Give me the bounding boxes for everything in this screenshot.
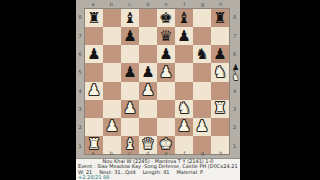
black-pawn-piece: ♟	[123, 28, 136, 45]
chess-gui-panel: abcdefgh 87654321 ♜♝♚♝♜♟♛♟♟♟♞♟♟♟♟♞♟♟♟♞♜♟…	[76, 0, 240, 180]
square-d7[interactable]	[139, 27, 157, 45]
square-h3[interactable]: ♜	[211, 100, 229, 118]
square-d8[interactable]	[139, 9, 157, 27]
square-d5[interactable]: ♟	[139, 63, 157, 81]
white-knight-piece: ♞	[213, 64, 226, 81]
square-e2[interactable]	[157, 118, 175, 136]
black-pawn-piece: ♟	[123, 64, 136, 81]
file-label-c: c	[121, 1, 139, 7]
square-e8[interactable]: ♚	[157, 9, 175, 27]
black-knight-piece: ♞	[195, 46, 208, 63]
game-length: Length: 91	[143, 170, 170, 175]
black-rook-piece: ♜	[87, 10, 100, 27]
white-pawn-piece: ♟	[87, 82, 100, 99]
square-c4[interactable]	[121, 82, 139, 100]
file-label-c: c	[121, 150, 139, 156]
square-f2[interactable]: ♟	[175, 118, 193, 136]
black-pawn-piece: ♟	[213, 46, 226, 63]
rank-label-3: 3	[230, 100, 239, 118]
file-label-a: a	[84, 1, 102, 7]
square-g8[interactable]	[193, 9, 211, 27]
square-a8[interactable]: ♜	[85, 9, 103, 27]
rank-label-1: 1	[230, 137, 239, 155]
white-pawn-piece: ♟	[159, 64, 172, 81]
file-label-h: h	[212, 1, 230, 7]
white-knight-piece: ♞	[177, 100, 190, 117]
rank-label-7: 7	[230, 26, 239, 44]
square-e3[interactable]	[157, 100, 175, 118]
square-d6[interactable]	[139, 45, 157, 63]
white-knight-captured: ♞	[232, 73, 239, 83]
square-h6[interactable]: ♟	[211, 45, 229, 63]
black-rook-piece: ♜	[213, 10, 226, 27]
white-pawn-piece: ♟	[141, 82, 154, 99]
game-info-panel: Nou Khai W (2245) - Mardova T Y (2141) 1…	[76, 158, 240, 180]
square-f5[interactable]	[175, 63, 193, 81]
square-e7[interactable]: ♛	[157, 27, 175, 45]
file-label-d: d	[139, 1, 157, 7]
video-frame: abcdefgh 87654321 ♜♝♚♝♜♟♛♟♟♟♞♟♟♟♟♞♟♟♟♞♜♟…	[0, 0, 320, 180]
square-f4[interactable]	[175, 82, 193, 100]
rank-label-1: 1	[76, 137, 84, 155]
square-g2[interactable]: ♟	[193, 118, 211, 136]
file-label-g: g	[194, 1, 212, 7]
file-label-b: b	[102, 1, 120, 7]
square-e6[interactable]: ♟	[157, 45, 175, 63]
square-b5[interactable]	[103, 63, 121, 81]
white-pawn-piece: ♟	[177, 118, 190, 135]
file-labels-top: abcdefgh	[84, 1, 230, 7]
square-b6[interactable]	[103, 45, 121, 63]
file-label-a: a	[84, 150, 102, 156]
square-g3[interactable]	[193, 100, 211, 118]
rank-label-2: 2	[230, 118, 239, 136]
square-g4[interactable]	[193, 82, 211, 100]
rank-label-7: 7	[76, 26, 84, 44]
black-bishop-piece: ♝	[177, 10, 190, 27]
black-pawn-piece: ♟	[159, 46, 172, 63]
rank-label-8: 8	[230, 8, 239, 26]
chess-board: ♜♝♚♝♜♟♛♟♟♟♞♟♟♟♟♞♟♟♟♞♜♟♟♟♜♝♛♚	[84, 8, 230, 155]
file-label-g: g	[194, 150, 212, 156]
rank-label-5: 5	[76, 63, 84, 81]
black-pawn-piece: ♟	[87, 46, 100, 63]
file-label-b: b	[102, 150, 120, 156]
square-g7[interactable]	[193, 27, 211, 45]
rank-label-6: 6	[230, 45, 239, 63]
file-label-f: f	[175, 1, 193, 7]
square-h5[interactable]: ♞	[211, 63, 229, 81]
captured-pieces-tray: ♟♞	[231, 63, 240, 83]
black-pawn-piece: ♟	[141, 64, 154, 81]
rank-labels-left: 87654321	[76, 8, 84, 155]
square-f6[interactable]	[175, 45, 193, 63]
square-b3[interactable]	[103, 100, 121, 118]
square-h2[interactable]	[211, 118, 229, 136]
square-a5[interactable]	[85, 63, 103, 81]
square-e5[interactable]: ♟	[157, 63, 175, 81]
square-d2[interactable]	[139, 118, 157, 136]
rank-label-3: 3	[76, 100, 84, 118]
rank-label-2: 2	[76, 118, 84, 136]
white-rook-piece: ♜	[213, 100, 226, 117]
square-c3[interactable]: ♟	[121, 100, 139, 118]
square-h7[interactable]	[211, 27, 229, 45]
black-bishop-piece: ♝	[123, 10, 136, 27]
square-c8[interactable]: ♝	[121, 9, 139, 27]
square-g6[interactable]: ♞	[193, 45, 211, 63]
square-a7[interactable]	[85, 27, 103, 45]
square-b2[interactable]: ♟	[103, 118, 121, 136]
square-c7[interactable]: ♟	[121, 27, 139, 45]
file-label-h: h	[212, 150, 230, 156]
square-a4[interactable]: ♟	[85, 82, 103, 100]
file-label-e: e	[157, 1, 175, 7]
material-balance: Material: P	[177, 170, 204, 175]
square-a2[interactable]	[85, 118, 103, 136]
square-f3[interactable]: ♞	[175, 100, 193, 118]
square-h8[interactable]: ♜	[211, 9, 229, 27]
black-pawn-captured: ♟	[232, 63, 239, 73]
square-c2[interactable]	[121, 118, 139, 136]
square-a3[interactable]	[85, 100, 103, 118]
black-king-piece: ♚	[159, 10, 172, 27]
square-f8[interactable]: ♝	[175, 9, 193, 27]
white-pawn-piece: ♟	[195, 118, 208, 135]
square-d4[interactable]: ♟	[139, 82, 157, 100]
engine-eval: +2.28/21 98	[78, 175, 238, 180]
square-a6[interactable]: ♟	[85, 45, 103, 63]
file-labels-bottom: abcdefgh	[84, 150, 230, 156]
square-c5[interactable]: ♟	[121, 63, 139, 81]
file-label-e: e	[157, 150, 175, 156]
square-h4[interactable]	[211, 82, 229, 100]
file-label-f: f	[175, 150, 193, 156]
square-e4[interactable]	[157, 82, 175, 100]
black-queen-piece: ♛	[159, 28, 172, 45]
square-d3[interactable]	[139, 100, 157, 118]
square-f7[interactable]: ♟	[175, 27, 193, 45]
rank-label-8: 8	[76, 8, 84, 26]
white-pawn-piece: ♟	[105, 118, 118, 135]
square-b4[interactable]	[103, 82, 121, 100]
file-label-d: d	[139, 150, 157, 156]
square-b7[interactable]	[103, 27, 121, 45]
rank-label-4: 4	[230, 82, 239, 100]
white-pawn-piece: ♟	[123, 100, 136, 117]
square-c6[interactable]	[121, 45, 139, 63]
square-b8[interactable]	[103, 9, 121, 27]
square-g5[interactable]	[193, 63, 211, 81]
rank-label-6: 6	[76, 45, 84, 63]
black-pawn-piece: ♟	[177, 28, 190, 45]
rank-label-4: 4	[76, 82, 84, 100]
